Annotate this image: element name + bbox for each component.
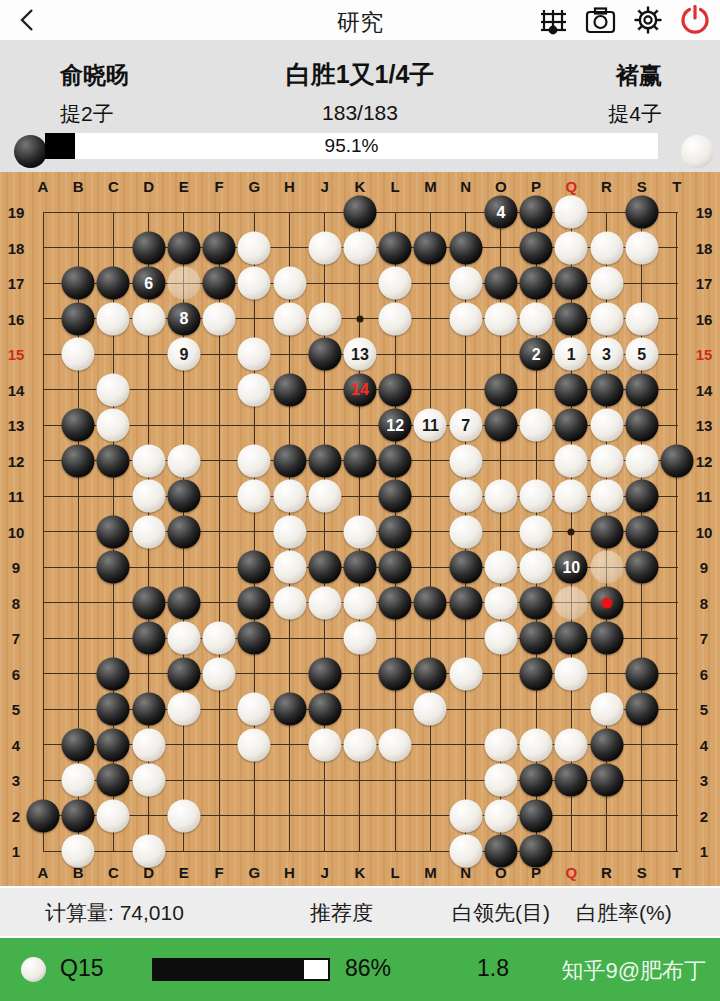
white-stone-Q15: 1 [555,338,588,371]
board-vertical-line [430,212,431,852]
white-stone-H11 [273,480,306,513]
white-stone-N1 [449,835,482,868]
white-stone-N13: 7 [449,409,482,442]
coord-left-6: 6 [12,665,20,682]
black-stone-J12 [308,444,341,477]
coord-right-14: 14 [696,381,713,398]
coord-right-1: 1 [700,843,708,860]
coord-bottom-M: M [424,864,437,881]
white-stone-P9 [520,551,553,584]
coord-left-15: 15 [8,346,25,363]
white-stone-H17 [273,267,306,300]
settings-gear-icon[interactable] [633,5,663,35]
move-number-label-S15: 5 [637,346,646,362]
top-bar: 研究 [0,0,720,40]
coord-left-11: 11 [8,488,24,505]
white-stone-G5 [238,693,271,726]
camera-icon[interactable] [585,6,616,35]
black-stone-S10 [625,515,658,548]
player-panel: 俞晓旸 白胜1又1/4子 褚赢 提2子 183/183 提4子 95.1% [0,40,720,172]
black-stone-icon [14,135,47,168]
move-number-label-E15: 9 [179,346,188,362]
black-stone-E10 [167,515,200,548]
white-stone-K8 [343,586,376,619]
white-stone-D12 [132,444,165,477]
white-stone-G14 [238,373,271,406]
white-stone-R15: 3 [590,338,623,371]
white-stone-R5 [590,693,623,726]
white-stone-M5 [414,693,447,726]
coord-bottom-C: C [108,864,119,881]
white-stone-D10 [132,515,165,548]
black-stone-O1 [484,835,517,868]
black-stone-E11 [167,480,200,513]
black-stone-L14 [379,373,412,406]
white-stone-P4 [520,728,553,761]
black-stone-J15 [308,338,341,371]
black-stone-Q14 [555,373,588,406]
coord-top-J: J [321,178,329,195]
go-board[interactable]: AABBCCDDEEFFGGHHJJKKLLMMNNOOPPQQRRSSTT19… [0,172,720,886]
black-stone-Q9: 10 [555,551,588,584]
coord-bottom-J: J [321,864,329,881]
black-stone-T12 [660,444,693,477]
column-recommendation: 推荐度 [310,899,373,927]
white-stone-K7 [343,622,376,655]
white-stone-N11 [449,480,482,513]
recommendation-bar-fill [154,960,304,979]
black-stone-O19: 4 [484,196,517,229]
move-number-label-R15: 3 [602,346,611,362]
coord-top-L: L [391,178,400,195]
black-stone-L12 [379,444,412,477]
black-stone-J6 [308,657,341,690]
white-stone-Q4 [555,728,588,761]
white-stone-O16 [484,302,517,335]
black-stone-K9 [343,551,376,584]
white-stone-C13 [97,409,130,442]
move-number-label-N13: 7 [461,417,470,433]
black-stone-D5 [132,693,165,726]
white-captures: 提4子 [608,100,662,128]
power-icon[interactable] [680,5,710,35]
coord-left-2: 2 [12,807,20,824]
black-stone-B12 [62,444,95,477]
coord-left-18: 18 [8,239,25,256]
move-number-label-D17: 6 [144,275,153,291]
coord-bottom-Q: Q [565,864,577,881]
black-stone-Q13 [555,409,588,442]
coord-top-C: C [108,178,119,195]
black-stone-P15: 2 [520,338,553,371]
white-stone-G15 [238,338,271,371]
black-stone-P3 [520,764,553,797]
suggested-move-row[interactable]: Q15 86% 1.8 知乎9@肥布丁 [0,938,720,1001]
move-number-label-L13: 12 [386,417,404,433]
game-result: 白胜1又1/4子 [0,58,720,91]
white-stone-B15 [62,338,95,371]
white-stone-N17 [449,267,482,300]
coord-left-9: 9 [12,559,20,576]
black-stone-L18 [379,231,412,264]
black-stone-E6 [167,657,200,690]
white-stone-J8 [308,586,341,619]
black-stone-S6 [625,657,658,690]
black-stone-L10 [379,515,412,548]
black-stone-D17: 6 [132,267,165,300]
white-stone-R11 [590,480,623,513]
white-stone-N2 [449,799,482,832]
coord-left-8: 8 [12,594,20,611]
computation-count: 计算量: 74,010 [45,899,184,927]
black-stone-B4 [62,728,95,761]
white-stone-E7 [167,622,200,655]
coord-right-19: 19 [696,204,713,221]
white-stone-F16 [203,302,236,335]
coord-left-4: 4 [12,736,20,753]
coord-top-S: S [637,178,647,195]
white-stone-S16 [625,302,658,335]
black-stone-L6 [379,657,412,690]
coord-right-7: 7 [700,630,708,647]
coord-right-17: 17 [696,275,713,292]
watermark: 知乎9@肥布丁 [561,956,706,986]
coord-right-13: 13 [696,417,713,434]
coord-right-3: 3 [700,772,708,789]
black-stone-S11 [625,480,658,513]
white-stone-F7 [203,622,236,655]
white-stone-O4 [484,728,517,761]
coord-bottom-E: E [179,864,189,881]
black-stone-E16: 8 [167,302,200,335]
black-stone-R7 [590,622,623,655]
white-stone-D16 [132,302,165,335]
black-stone-F17 [203,267,236,300]
black-stone-S19 [625,196,658,229]
black-stone-K14: 14 [343,373,376,406]
white-stone-G12 [238,444,271,477]
black-stone-M8 [414,586,447,619]
white-stone-P13 [520,409,553,442]
black-stone-B13 [62,409,95,442]
black-stone-P6 [520,657,553,690]
white-stone-H8 [273,586,306,619]
coord-left-13: 13 [8,417,25,434]
white-stone-K15: 13 [343,338,376,371]
coord-right-5: 5 [700,701,708,718]
white-stone-H9 [273,551,306,584]
black-stone-J5 [308,693,341,726]
coord-bottom-A: A [38,864,49,881]
move-number-label-K15: 13 [351,346,369,362]
white-stone-G11 [238,480,271,513]
board-vertical-line [43,212,44,852]
move-number-label-P15: 2 [532,346,541,362]
black-stone-E18 [167,231,200,264]
black-stone-G9 [238,551,271,584]
coord-top-G: G [248,178,260,195]
black-stone-P7 [520,622,553,655]
black-stone-K12 [343,444,376,477]
move-number-label-Q9: 10 [562,559,580,575]
white-stone-P16 [520,302,553,335]
black-stone-C3 [97,764,130,797]
black-stone-O14 [484,373,517,406]
black-stone-S5 [625,693,658,726]
black-stone-R8 [590,586,623,619]
coord-right-10: 10 [696,523,713,540]
coord-top-T: T [672,178,681,195]
black-stone-S13 [625,409,658,442]
coord-bottom-L: L [391,864,400,881]
coord-bottom-F: F [215,864,224,881]
black-stone-D18 [132,231,165,264]
move-number-label-K14: 14 [351,382,369,398]
column-white-lead: 白领先(目) [452,899,550,927]
white-stone-D1 [132,835,165,868]
black-stone-N9 [449,551,482,584]
coord-bottom-S: S [637,864,647,881]
coord-right-2: 2 [700,807,708,824]
white-stone-R18 [590,231,623,264]
coord-bottom-H: H [284,864,295,881]
coord-top-Q: Q [565,178,577,195]
black-stone-C5 [97,693,130,726]
coord-left-19: 19 [8,204,25,221]
black-stone-R4 [590,728,623,761]
white-stone-L16 [379,302,412,335]
coord-right-8: 8 [700,594,708,611]
white-stone-D11 [132,480,165,513]
move-number-label-E16: 8 [179,311,188,327]
white-stone-N16 [449,302,482,335]
coord-top-D: D [143,178,154,195]
black-stone-B17 [62,267,95,300]
white-stone-G18 [238,231,271,264]
analysis-stats-header: 计算量: 74,010 推荐度 白领先(目) 白胜率(%) [0,888,720,936]
white-stone-P11 [520,480,553,513]
white-stone-H10 [273,515,306,548]
white-stone-Q12 [555,444,588,477]
white-stone-C2 [97,799,130,832]
black-stone-C12 [97,444,130,477]
black-stone-L9 [379,551,412,584]
board-grid-icon[interactable] [539,6,568,35]
white-stone-O9 [484,551,517,584]
coord-left-17: 17 [8,275,25,292]
captured-ghost-stone-E17 [167,267,200,300]
white-stone-S15: 5 [625,338,658,371]
black-stone-O17 [484,267,517,300]
white-stone-L17 [379,267,412,300]
white-stone-B1 [62,835,95,868]
black-stone-H5 [273,693,306,726]
white-stone-E15: 9 [167,338,200,371]
last-move-red-dot [601,597,612,608]
white-stone-C14 [97,373,130,406]
black-stone-B16 [62,302,95,335]
white-stone-N10 [449,515,482,548]
black-stone-J9 [308,551,341,584]
coord-top-P: P [531,178,541,195]
white-stone-J16 [308,302,341,335]
coord-right-11: 11 [696,488,712,505]
white-stone-R17 [590,267,623,300]
win-rate-percent: 95.1% [45,135,658,157]
captured-ghost-stone-Q8 [555,586,588,619]
white-stone-F6 [203,657,236,690]
black-stone-B2 [62,799,95,832]
coord-top-M: M [424,178,437,195]
black-stone-C17 [97,267,130,300]
coord-bottom-R: R [601,864,612,881]
white-stone-R13 [590,409,623,442]
black-stone-A2 [27,799,60,832]
black-stone-C6 [97,657,130,690]
coord-top-N: N [460,178,471,195]
coord-top-F: F [215,178,224,195]
white-stone-K18 [343,231,376,264]
coord-right-4: 4 [700,736,708,753]
white-stone-M13: 11 [414,409,447,442]
black-stone-E8 [167,586,200,619]
coord-top-E: E [179,178,189,195]
coord-left-7: 7 [12,630,20,647]
column-white-winrate: 白胜率(%) [576,899,672,927]
black-stone-P2 [520,799,553,832]
white-stone-B3 [62,764,95,797]
white-stone-Q18 [555,231,588,264]
coord-top-K: K [355,178,366,195]
white-stone-O11 [484,480,517,513]
black-stone-S9 [625,551,658,584]
coord-top-H: H [284,178,295,195]
white-stone-L4 [379,728,412,761]
black-stone-G8 [238,586,271,619]
white-stone-Q6 [555,657,588,690]
black-stone-P17 [520,267,553,300]
coord-right-16: 16 [696,310,713,327]
white-stone-E5 [167,693,200,726]
black-stone-P19 [520,196,553,229]
recommendation-bar [152,958,330,981]
white-stone-K4 [343,728,376,761]
move-number-label-O19: 4 [496,204,505,220]
white-stone-S18 [625,231,658,264]
white-stone-R16 [590,302,623,335]
coord-top-B: B [73,178,84,195]
black-stone-Q3 [555,764,588,797]
move-number-label-M13: 11 [422,417,439,433]
white-stone-G4 [238,728,271,761]
black-stone-Q16 [555,302,588,335]
black-stone-H14 [273,373,306,406]
black-stone-P8 [520,586,553,619]
black-stone-S14 [625,373,658,406]
black-stone-Q17 [555,267,588,300]
coord-top-A: A [38,178,49,195]
coord-top-O: O [495,178,507,195]
black-stone-L11 [379,480,412,513]
white-stone-O2 [484,799,517,832]
black-stone-F18 [203,231,236,264]
white-stone-N12 [449,444,482,477]
white-player-name: 褚赢 [616,60,662,91]
white-stone-K10 [343,515,376,548]
white-stone-icon [681,135,714,168]
coord-bottom-T: T [672,864,681,881]
captured-ghost-stone-R9 [590,551,623,584]
white-stone-N6 [449,657,482,690]
white-stone-O8 [484,586,517,619]
white-stone-D4 [132,728,165,761]
coord-bottom-K: K [355,864,366,881]
black-stone-C4 [97,728,130,761]
black-stone-N18 [449,231,482,264]
board-vertical-line [676,212,677,852]
white-stone-O7 [484,622,517,655]
suggested-move-coordinate: Q15 [60,955,103,982]
black-stone-R3 [590,764,623,797]
black-stone-D7 [132,622,165,655]
coord-left-5: 5 [12,701,20,718]
black-stone-M6 [414,657,447,690]
coord-left-10: 10 [8,523,25,540]
black-stone-M18 [414,231,447,264]
black-stone-C9 [97,551,130,584]
black-stone-O13 [484,409,517,442]
black-stone-H12 [273,444,306,477]
move-number-label-Q15: 1 [567,346,576,362]
black-stone-C10 [97,515,130,548]
white-stone-Q11 [555,480,588,513]
coord-right-6: 6 [700,665,708,682]
coord-top-R: R [601,178,612,195]
coord-right-18: 18 [696,239,713,256]
white-stone-E12 [167,444,200,477]
white-stone-C16 [97,302,130,335]
white-stone-Q19 [555,196,588,229]
white-stone-D3 [132,764,165,797]
white-stone-O3 [484,764,517,797]
white-stone-P10 [520,515,553,548]
black-stone-R10 [590,515,623,548]
black-stone-P1 [520,835,553,868]
black-stone-K19 [343,196,376,229]
white-stone-J4 [308,728,341,761]
white-stone-R12 [590,444,623,477]
black-stone-Q7 [555,622,588,655]
coord-left-1: 1 [12,843,20,860]
black-stone-N8 [449,586,482,619]
black-stone-L8 [379,586,412,619]
star-point-K16 [356,315,363,322]
suggestion-white-stone-icon [21,957,46,982]
white-stone-S12 [625,444,658,477]
white-stone-J18 [308,231,341,264]
black-stone-G7 [238,622,271,655]
black-stone-R14 [590,373,623,406]
coord-right-12: 12 [696,452,713,469]
coord-bottom-G: G [248,864,260,881]
coord-left-16: 16 [8,310,25,327]
white-stone-H16 [273,302,306,335]
star-point-Q10 [568,528,575,535]
white-stone-G17 [238,267,271,300]
coord-left-12: 12 [8,452,25,469]
board-horizontal-line [43,815,678,816]
coord-right-9: 9 [700,559,708,576]
